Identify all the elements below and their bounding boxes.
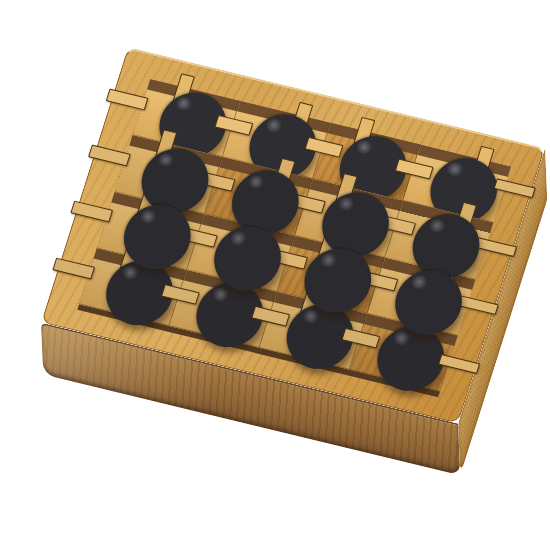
black-ball: ● bbox=[295, 237, 369, 306]
board-cell-r3c4: ● bbox=[368, 257, 476, 335]
board-cell-r3c1: ● bbox=[97, 192, 205, 270]
board-cell-r3c2: ● bbox=[187, 213, 295, 291]
black-ball: ● bbox=[205, 215, 279, 284]
black-ball: ● bbox=[115, 193, 189, 262]
puzzle-box-photo: ●●●●●●●●●●●●●●●● bbox=[0, 0, 550, 550]
black-ball: ● bbox=[386, 259, 460, 328]
board-cell-r3c3: ● bbox=[277, 235, 385, 313]
